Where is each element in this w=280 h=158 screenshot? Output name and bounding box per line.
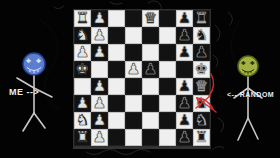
square-b1[interactable]: ♟ <box>91 129 108 146</box>
square-b4[interactable]: ♟ <box>91 78 108 95</box>
square-f1[interactable] <box>159 129 176 146</box>
square-e5[interactable]: ♟ <box>142 61 159 78</box>
random-head <box>238 56 258 76</box>
me-head <box>23 53 45 75</box>
square-c3[interactable] <box>108 95 125 112</box>
piece-black-knight[interactable]: ♞ <box>195 95 208 112</box>
square-c2[interactable] <box>108 112 125 129</box>
piece-white-pawn[interactable]: ♟ <box>93 129 106 146</box>
piece-white-rook[interactable]: ♜ <box>76 10 89 27</box>
square-b8[interactable]: ♟ <box>91 10 108 27</box>
square-h4[interactable]: ♛ <box>193 78 210 95</box>
square-h8[interactable]: ♜ <box>193 10 210 27</box>
square-a5[interactable]: ♚ <box>74 61 91 78</box>
square-g4[interactable]: ♟ <box>176 78 193 95</box>
piece-black-rook[interactable]: ♜ <box>195 10 208 27</box>
square-a4[interactable] <box>74 78 91 95</box>
piece-white-queen[interactable]: ♛ <box>144 10 157 27</box>
square-a6[interactable]: ♟ <box>74 44 91 61</box>
square-h6[interactable]: ♟ <box>193 44 210 61</box>
square-c7[interactable] <box>108 27 125 44</box>
square-c5[interactable] <box>108 61 125 78</box>
piece-black-rook[interactable]: ♜ <box>195 129 208 146</box>
piece-white-pawn[interactable]: ♟ <box>93 44 106 61</box>
me-eye-right: ✧ <box>36 58 41 64</box>
piece-white-king[interactable]: ♚ <box>76 61 89 78</box>
piece-white-pawn[interactable]: ♟ <box>93 95 106 112</box>
square-e1[interactable] <box>142 129 159 146</box>
square-d2[interactable] <box>125 112 142 129</box>
random-eye-left: ✧ <box>241 60 246 66</box>
square-g2[interactable]: ♟ <box>176 112 193 129</box>
piece-white-pawn[interactable]: ♟ <box>93 27 106 44</box>
square-b5[interactable] <box>91 61 108 78</box>
square-h3[interactable]: ♞ <box>193 95 210 112</box>
square-f4[interactable] <box>159 78 176 95</box>
piece-black-pawn[interactable]: ♟ <box>178 78 191 95</box>
player-random-label: <-- RANDOM <box>227 91 274 98</box>
piece-white-knight[interactable]: ♞ <box>76 27 89 44</box>
square-e6[interactable] <box>142 44 159 61</box>
random-eye-right: ✧ <box>250 60 255 66</box>
square-e3[interactable] <box>142 95 159 112</box>
square-a7[interactable]: ♞ <box>74 27 91 44</box>
piece-white-pawn[interactable]: ♟ <box>93 112 106 129</box>
square-h1[interactable]: ♜ <box>193 129 210 146</box>
square-e8[interactable]: ♛ <box>142 10 159 27</box>
piece-black-pawn[interactable]: ♟ <box>178 10 191 27</box>
square-b2[interactable]: ♟ <box>91 112 108 129</box>
meme-chess-scene: ♜♟♛♟♜♞♟♟♞♟♟♟♟♚♟♟♚♟♟♛♟♟♟♞♞♟♟♞♜♟♟♜ ✧ ✧ <box>0 0 280 158</box>
piece-black-pawn[interactable]: ♟ <box>178 112 191 129</box>
me-face: ✧ ✧ <box>26 58 41 73</box>
square-h5[interactable]: ♚ <box>193 61 210 78</box>
square-g6[interactable]: ♟ <box>176 44 193 61</box>
me-eye-left: ✧ <box>26 58 31 64</box>
square-f3[interactable] <box>159 95 176 112</box>
square-b3[interactable]: ♟ <box>91 95 108 112</box>
square-e7[interactable] <box>142 27 159 44</box>
square-a3[interactable]: ♟ <box>74 95 91 112</box>
square-a8[interactable]: ♜ <box>74 10 91 27</box>
square-f7[interactable] <box>159 27 176 44</box>
piece-white-pawn[interactable]: ♟ <box>76 95 89 112</box>
square-f6[interactable] <box>159 44 176 61</box>
piece-black-pawn[interactable]: ♟ <box>178 129 191 146</box>
piece-black-pawn[interactable]: ♟ <box>178 95 191 112</box>
piece-white-pawn[interactable]: ♟ <box>93 78 106 95</box>
square-h7[interactable]: ♞ <box>193 27 210 44</box>
square-b7[interactable]: ♟ <box>91 27 108 44</box>
piece-white-knight[interactable]: ♞ <box>76 112 89 129</box>
square-f5[interactable] <box>159 61 176 78</box>
piece-black-pawn[interactable]: ♟ <box>178 44 191 61</box>
piece-black-queen[interactable]: ♛ <box>195 78 208 95</box>
square-g5[interactable] <box>176 61 193 78</box>
square-c1[interactable] <box>108 129 125 146</box>
square-c8[interactable] <box>108 10 125 27</box>
square-a2[interactable]: ♞ <box>74 112 91 129</box>
piece-white-rook[interactable]: ♜ <box>76 129 89 146</box>
player-random-figure: ✧ ✧ <box>234 56 262 140</box>
square-d6[interactable] <box>125 44 142 61</box>
square-d4[interactable] <box>125 78 142 95</box>
piece-white-pawn[interactable]: ♟ <box>93 10 106 27</box>
square-g8[interactable]: ♟ <box>176 10 193 27</box>
piece-black-knight[interactable]: ♞ <box>195 112 208 129</box>
square-d5[interactable]: ♟ <box>125 61 142 78</box>
piece-white-pawn[interactable]: ♟ <box>76 44 89 61</box>
square-c4[interactable] <box>108 78 125 95</box>
player-me-label: ME --> <box>9 87 39 97</box>
chess-board: ♜♟♛♟♜♞♟♟♞♟♟♟♟♚♟♟♚♟♟♛♟♟♟♞♞♟♟♞♜♟♟♜ <box>73 9 211 147</box>
square-g1[interactable]: ♟ <box>176 129 193 146</box>
square-f8[interactable] <box>159 10 176 27</box>
piece-black-pawn[interactable]: ♟ <box>144 61 157 78</box>
square-d3[interactable] <box>125 95 142 112</box>
square-b6[interactable]: ♟ <box>91 44 108 61</box>
square-e4[interactable] <box>142 78 159 95</box>
piece-white-pawn[interactable]: ♟ <box>127 61 140 78</box>
piece-black-king[interactable]: ♚ <box>195 61 208 78</box>
square-d8[interactable] <box>125 10 142 27</box>
piece-black-pawn[interactable]: ♟ <box>178 27 191 44</box>
piece-black-pawn[interactable]: ♟ <box>195 44 208 61</box>
square-g3[interactable]: ♟ <box>176 95 193 112</box>
square-e2[interactable] <box>142 112 159 129</box>
square-g7[interactable]: ♟ <box>176 27 193 44</box>
square-d7[interactable] <box>125 27 142 44</box>
square-d1[interactable] <box>125 129 142 146</box>
square-f2[interactable] <box>159 112 176 129</box>
piece-black-knight[interactable]: ♞ <box>195 27 208 44</box>
random-face: ✧ ✧ <box>241 60 255 74</box>
square-c6[interactable] <box>108 44 125 61</box>
square-h2[interactable]: ♞ <box>193 112 210 129</box>
square-a1[interactable]: ♜ <box>74 129 91 146</box>
